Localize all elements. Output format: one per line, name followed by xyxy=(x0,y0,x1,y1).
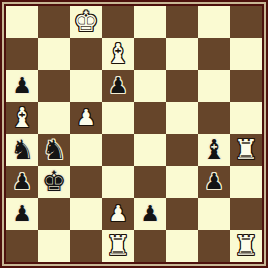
square-h1[interactable]: ♜ xyxy=(230,230,262,262)
square-e8[interactable] xyxy=(134,6,166,38)
white-bishop[interactable]: ♝ xyxy=(106,38,130,70)
square-a4[interactable]: ♞ xyxy=(6,134,38,166)
square-f8[interactable] xyxy=(166,6,198,38)
square-e6[interactable] xyxy=(134,70,166,102)
square-f6[interactable] xyxy=(166,70,198,102)
square-f3[interactable] xyxy=(166,166,198,198)
square-h7[interactable] xyxy=(230,38,262,70)
square-b8[interactable] xyxy=(38,6,70,38)
square-e5[interactable] xyxy=(134,102,166,134)
square-h4[interactable]: ♜ xyxy=(230,134,262,166)
square-e3[interactable] xyxy=(134,166,166,198)
square-g4[interactable]: ♝ xyxy=(198,134,230,166)
square-d5[interactable] xyxy=(102,102,134,134)
square-f5[interactable] xyxy=(166,102,198,134)
black-pawn[interactable]: ♟ xyxy=(12,166,32,198)
white-pawn[interactable]: ♟ xyxy=(76,102,96,134)
square-h5[interactable] xyxy=(230,102,262,134)
square-a5[interactable]: ♝ xyxy=(6,102,38,134)
square-f4[interactable] xyxy=(166,134,198,166)
white-rook[interactable]: ♜ xyxy=(234,134,258,166)
square-a6[interactable]: ♟ xyxy=(6,70,38,102)
square-b7[interactable] xyxy=(38,38,70,70)
square-h3[interactable] xyxy=(230,166,262,198)
square-b5[interactable] xyxy=(38,102,70,134)
square-c4[interactable] xyxy=(70,134,102,166)
square-h6[interactable] xyxy=(230,70,262,102)
square-c1[interactable] xyxy=(70,230,102,262)
square-c3[interactable] xyxy=(70,166,102,198)
square-a7[interactable] xyxy=(6,38,38,70)
square-g8[interactable] xyxy=(198,6,230,38)
white-bishop[interactable]: ♝ xyxy=(10,102,34,134)
black-pawn[interactable]: ♟ xyxy=(12,70,32,102)
square-c8[interactable]: ♚ xyxy=(70,6,102,38)
square-e4[interactable] xyxy=(134,134,166,166)
square-f1[interactable] xyxy=(166,230,198,262)
square-b1[interactable] xyxy=(38,230,70,262)
square-c7[interactable] xyxy=(70,38,102,70)
black-knight[interactable]: ♞ xyxy=(42,134,66,166)
square-a8[interactable] xyxy=(6,6,38,38)
square-d3[interactable] xyxy=(102,166,134,198)
square-a3[interactable]: ♟ xyxy=(6,166,38,198)
black-bishop[interactable]: ♝ xyxy=(202,134,226,166)
square-b4[interactable]: ♞ xyxy=(38,134,70,166)
square-d2[interactable]: ♟ xyxy=(102,198,134,230)
square-g1[interactable] xyxy=(198,230,230,262)
square-g7[interactable] xyxy=(198,38,230,70)
square-g5[interactable] xyxy=(198,102,230,134)
black-knight[interactable]: ♞ xyxy=(10,134,34,166)
square-e7[interactable] xyxy=(134,38,166,70)
square-a2[interactable]: ♟ xyxy=(6,198,38,230)
square-b6[interactable] xyxy=(38,70,70,102)
square-g6[interactable] xyxy=(198,70,230,102)
square-b2[interactable] xyxy=(38,198,70,230)
black-pawn[interactable]: ♟ xyxy=(108,70,128,102)
square-c6[interactable] xyxy=(70,70,102,102)
white-pawn[interactable]: ♟ xyxy=(108,198,128,230)
black-king[interactable]: ♚ xyxy=(41,166,66,198)
square-c5[interactable]: ♟ xyxy=(70,102,102,134)
white-rook[interactable]: ♜ xyxy=(234,230,258,262)
square-d6[interactable]: ♟ xyxy=(102,70,134,102)
chess-board-frame: ♚♝♟♟♝♟♞♞♝♜♟♚♟♟♟♟♜♜ xyxy=(0,0,268,268)
square-g3[interactable]: ♟ xyxy=(198,166,230,198)
square-c2[interactable] xyxy=(70,198,102,230)
square-d8[interactable] xyxy=(102,6,134,38)
square-d4[interactable] xyxy=(102,134,134,166)
square-e2[interactable]: ♟ xyxy=(134,198,166,230)
square-h8[interactable] xyxy=(230,6,262,38)
square-d1[interactable]: ♜ xyxy=(102,230,134,262)
square-b3[interactable]: ♚ xyxy=(38,166,70,198)
chess-board: ♚♝♟♟♝♟♞♞♝♜♟♚♟♟♟♟♜♜ xyxy=(6,6,262,262)
square-f2[interactable] xyxy=(166,198,198,230)
white-king[interactable]: ♚ xyxy=(73,6,98,38)
white-rook[interactable]: ♜ xyxy=(106,230,130,262)
square-a1[interactable] xyxy=(6,230,38,262)
square-d7[interactable]: ♝ xyxy=(102,38,134,70)
black-pawn[interactable]: ♟ xyxy=(12,198,32,230)
black-pawn[interactable]: ♟ xyxy=(204,166,224,198)
square-g2[interactable] xyxy=(198,198,230,230)
square-e1[interactable] xyxy=(134,230,166,262)
black-pawn[interactable]: ♟ xyxy=(140,198,160,230)
square-h2[interactable] xyxy=(230,198,262,230)
square-f7[interactable] xyxy=(166,38,198,70)
